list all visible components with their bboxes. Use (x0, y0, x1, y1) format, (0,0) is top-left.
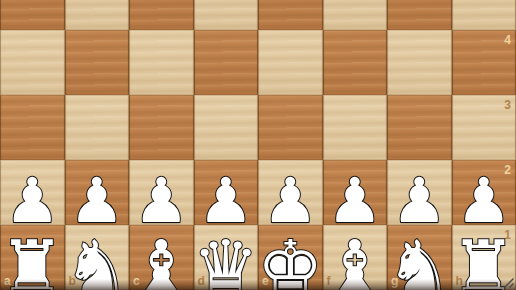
white-queen-d1[interactable]: ♛ (193, 230, 259, 290)
square-f5[interactable] (323, 0, 388, 30)
white-pawn-c2[interactable]: ♟ (133, 170, 189, 232)
square-g4[interactable] (387, 30, 452, 95)
square-g5[interactable] (387, 0, 452, 30)
square-f2[interactable]: ♟ (323, 160, 388, 225)
square-a5[interactable] (0, 0, 65, 30)
board-viewport: 876543♟♟♟♟♟♟♟2♟a♜b♞c♝d♛e♚f♝g♞1h♜ (0, 0, 516, 290)
white-pawn-h2[interactable]: ♟ (456, 170, 512, 232)
rank-label-4: 4 (504, 34, 511, 46)
square-g2[interactable]: ♟ (387, 160, 452, 225)
square-a3[interactable] (0, 95, 65, 160)
square-f4[interactable] (323, 30, 388, 95)
square-b5[interactable] (65, 0, 130, 30)
white-knight-b1[interactable]: ♞ (64, 230, 130, 290)
square-f1[interactable]: f♝ (323, 225, 388, 290)
square-d3[interactable] (194, 95, 259, 160)
square-e4[interactable] (258, 30, 323, 95)
square-h4[interactable]: 4 (452, 30, 516, 95)
white-rook-a1[interactable]: ♜ (0, 230, 65, 290)
square-c4[interactable] (129, 30, 194, 95)
square-g1[interactable]: g♞ (387, 225, 452, 290)
white-pawn-a2[interactable]: ♟ (4, 170, 60, 232)
white-pawn-e2[interactable]: ♟ (262, 170, 318, 232)
square-a2[interactable]: ♟ (0, 160, 65, 225)
rank-label-3: 3 (504, 99, 511, 111)
square-c1[interactable]: c♝ (129, 225, 194, 290)
square-c2[interactable]: ♟ (129, 160, 194, 225)
white-pawn-f2[interactable]: ♟ (327, 170, 383, 232)
square-d1[interactable]: d♛ (194, 225, 259, 290)
board-resize-handle[interactable] (501, 275, 515, 289)
square-e1[interactable]: e♚ (258, 225, 323, 290)
square-f3[interactable] (323, 95, 388, 160)
resize-grip-icon (501, 275, 515, 289)
square-c5[interactable] (129, 0, 194, 30)
square-a4[interactable] (0, 30, 65, 95)
square-h5[interactable]: 5 (452, 0, 516, 30)
square-b1[interactable]: b♞ (65, 225, 130, 290)
square-b4[interactable] (65, 30, 130, 95)
white-king-e1[interactable]: ♚ (257, 230, 323, 290)
chess-board: 876543♟♟♟♟♟♟♟2♟a♜b♞c♝d♛e♚f♝g♞1h♜ (0, 0, 516, 290)
square-b2[interactable]: ♟ (65, 160, 130, 225)
square-h3[interactable]: 3 (452, 95, 516, 160)
square-g3[interactable] (387, 95, 452, 160)
white-knight-g1[interactable]: ♞ (386, 230, 452, 290)
square-b3[interactable] (65, 95, 130, 160)
white-bishop-c1[interactable]: ♝ (128, 230, 194, 290)
square-a1[interactable]: a♜ (0, 225, 65, 290)
white-bishop-f1[interactable]: ♝ (322, 230, 388, 290)
square-e2[interactable]: ♟ (258, 160, 323, 225)
white-pawn-d2[interactable]: ♟ (198, 170, 254, 232)
square-h2[interactable]: 2♟ (452, 160, 516, 225)
white-pawn-g2[interactable]: ♟ (391, 170, 447, 232)
square-d4[interactable] (194, 30, 259, 95)
square-e5[interactable] (258, 0, 323, 30)
square-d5[interactable] (194, 0, 259, 30)
square-c3[interactable] (129, 95, 194, 160)
square-e3[interactable] (258, 95, 323, 160)
square-d2[interactable]: ♟ (194, 160, 259, 225)
white-pawn-b2[interactable]: ♟ (69, 170, 125, 232)
